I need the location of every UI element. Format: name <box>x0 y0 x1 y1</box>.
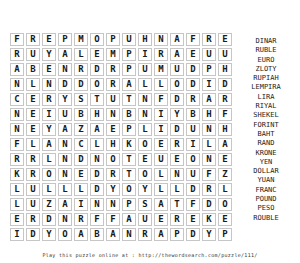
grid-cell[interactable]: R <box>74 63 88 76</box>
grid-cell[interactable]: O <box>218 198 232 211</box>
grid-cell[interactable]: N <box>58 168 72 181</box>
grid-cell[interactable]: H <box>106 138 120 151</box>
grid-cell[interactable]: L <box>154 183 168 196</box>
grid-cell[interactable]: O <box>42 168 56 181</box>
grid-cell[interactable]: A <box>58 198 72 211</box>
grid-cell[interactable]: H <box>202 108 216 121</box>
grid-cell[interactable]: L <box>154 78 168 91</box>
word-list-item: FORINT <box>239 121 293 130</box>
grid-cell[interactable]: R <box>106 78 120 91</box>
grid-cell[interactable]: A <box>106 228 120 241</box>
word-search-page: FREPMOPUHNAFRERUYALEMPIRAEUUABENRDRPUMUD… <box>0 0 300 263</box>
grid-cell[interactable]: O <box>122 183 136 196</box>
grid-cell[interactable]: L <box>138 123 152 136</box>
grid-cell[interactable]: E <box>138 153 152 166</box>
grid-cell[interactable]: Y <box>42 228 56 241</box>
grid-cell[interactable]: N <box>90 153 104 166</box>
grid-cell[interactable]: L <box>202 138 216 151</box>
grid-cell[interactable]: F <box>202 168 216 181</box>
grid-cell[interactable]: T <box>122 93 136 106</box>
grid-cell[interactable]: P <box>122 48 136 61</box>
grid-cell[interactable]: A <box>122 213 136 226</box>
word-list-item: LIRA <box>239 93 293 102</box>
grid-cell[interactable]: F <box>106 213 120 226</box>
grid-cell[interactable]: R <box>138 228 152 241</box>
grid-cell[interactable]: F <box>10 33 24 46</box>
grid-cell[interactable]: T <box>90 93 104 106</box>
grid-cell[interactable]: A <box>10 63 24 76</box>
grid-cell[interactable]: E <box>42 33 56 46</box>
grid-cell[interactable]: E <box>42 63 56 76</box>
grid-cell[interactable]: N <box>42 78 56 91</box>
grid-cell[interactable]: E <box>154 213 168 226</box>
grid-cell[interactable]: O <box>170 78 184 91</box>
grid-cell[interactable]: D <box>58 78 72 91</box>
grid-cell[interactable]: L <box>26 78 40 91</box>
grid-cell[interactable]: O <box>90 78 104 91</box>
grid-cell[interactable]: U <box>26 198 40 211</box>
word-list-item: POUND <box>239 195 293 204</box>
grid-cell[interactable]: A <box>74 228 88 241</box>
word-list-item: BAHT <box>239 130 293 139</box>
grid-cell[interactable]: E <box>186 213 200 226</box>
grid-cell[interactable]: P <box>202 63 216 76</box>
grid-cell[interactable]: R <box>170 213 184 226</box>
grid-cell[interactable]: F <box>154 93 168 106</box>
word-list-item: YUAN <box>239 176 293 185</box>
grid-cell[interactable]: E <box>170 153 184 166</box>
grid-cell[interactable]: I <box>74 198 88 211</box>
grid-cell[interactable]: A <box>170 48 184 61</box>
grid-cell[interactable]: N <box>122 228 136 241</box>
grid-cell[interactable]: K <box>202 213 216 226</box>
grid-cell[interactable]: L <box>42 153 56 166</box>
grid-cell[interactable]: Y <box>42 48 56 61</box>
grid-cell[interactable]: H <box>138 33 152 46</box>
grid-cell[interactable]: R <box>202 183 216 196</box>
grid-cell[interactable]: U <box>26 183 40 196</box>
grid-cell[interactable]: M <box>74 33 88 46</box>
grid-cell[interactable]: C <box>74 138 88 151</box>
grid-cell[interactable]: D <box>170 93 184 106</box>
grid-cell[interactable]: F <box>10 138 24 151</box>
grid-cell[interactable]: R <box>170 138 184 151</box>
word-list-item: DOLLAR <box>239 167 293 176</box>
grid-cell[interactable]: N <box>202 153 216 166</box>
grid-cell[interactable]: N <box>138 108 152 121</box>
grid-cell[interactable]: E <box>26 123 40 136</box>
grid-cell[interactable]: D <box>90 63 104 76</box>
grid-cell[interactable]: N <box>106 198 120 211</box>
grid-cell[interactable]: E <box>218 213 232 226</box>
grid-cell[interactable]: A <box>122 78 136 91</box>
grid-cell[interactable]: O <box>138 138 152 151</box>
grid-cell[interactable]: L <box>170 183 184 196</box>
word-list: DINARRUBLEEUROZLOTYRUPIAHLEMPIRALIRARIYA… <box>239 37 293 223</box>
grid-cell[interactable]: C <box>10 93 24 106</box>
grid-cell[interactable]: A <box>218 138 232 151</box>
grid-cell[interactable]: D <box>74 153 88 166</box>
word-list-item: SHEKEL <box>239 111 293 120</box>
grid-cell[interactable]: Y <box>42 123 56 136</box>
grid-cell[interactable]: B <box>26 63 40 76</box>
grid-cell[interactable]: N <box>138 93 152 106</box>
word-list-item: ROUBLE <box>239 214 293 223</box>
grid-cell[interactable]: F <box>218 108 232 121</box>
grid-cell[interactable]: D <box>42 213 56 226</box>
grid-cell[interactable]: L <box>90 138 104 151</box>
word-list-item: PESO <box>239 204 293 213</box>
grid-cell[interactable]: L <box>10 183 24 196</box>
grid-cell[interactable]: R <box>106 168 120 181</box>
grid-cell[interactable]: D <box>202 198 216 211</box>
footer-caption: Play this puzzle online at : http://thew… <box>0 252 300 258</box>
grid-cell[interactable]: R <box>26 168 40 181</box>
grid-cell[interactable]: H <box>90 108 104 121</box>
grid-cell[interactable]: O <box>58 228 72 241</box>
grid-cell[interactable]: R <box>26 213 40 226</box>
grid-cell[interactable]: A <box>90 123 104 136</box>
grid-cell[interactable]: I <box>42 108 56 121</box>
grid-cell[interactable]: O <box>90 33 104 46</box>
grid-cell[interactable]: B <box>90 228 104 241</box>
grid-cell[interactable]: N <box>10 123 24 136</box>
grid-cell[interactable]: N <box>202 123 216 136</box>
grid-cell[interactable]: A <box>58 48 72 61</box>
grid-cell[interactable]: U <box>170 63 184 76</box>
grid-cell[interactable]: E <box>26 93 40 106</box>
grid-cell[interactable]: N <box>58 153 72 166</box>
grid-cell[interactable]: D <box>90 183 104 196</box>
grid-cell[interactable]: D <box>186 63 200 76</box>
grid-cell[interactable]: B <box>74 108 88 121</box>
word-list-item: EURO <box>239 56 293 65</box>
grid-cell[interactable]: D <box>186 78 200 91</box>
grid-cell[interactable]: R <box>74 213 88 226</box>
grid-cell[interactable]: K <box>122 138 136 151</box>
grid-cell[interactable]: Y <box>138 183 152 196</box>
grid-cell[interactable]: R <box>202 33 216 46</box>
grid-cell[interactable]: D <box>186 183 200 196</box>
grid-cell[interactable]: E <box>154 138 168 151</box>
grid-cell[interactable]: T <box>122 168 136 181</box>
word-list-item: YEN <box>239 158 293 167</box>
grid-cell[interactable]: I <box>138 48 152 61</box>
grid-cell[interactable]: P <box>218 228 232 241</box>
grid-cell[interactable]: L <box>218 183 232 196</box>
grid-cell[interactable]: Y <box>58 93 72 106</box>
grid-cell[interactable]: L <box>74 183 88 196</box>
grid-cell[interactable]: O <box>138 168 152 181</box>
grid-cell[interactable]: P <box>106 33 120 46</box>
grid-cell[interactable]: A <box>42 138 56 151</box>
grid-cell[interactable]: S <box>138 198 152 211</box>
grid-cell[interactable]: U <box>26 48 40 61</box>
grid-cell[interactable]: Z <box>74 123 88 136</box>
grid-cell[interactable]: P <box>122 63 136 76</box>
grid-cell[interactable]: P <box>170 228 184 241</box>
grid-cell[interactable]: E <box>106 123 120 136</box>
grid-cell[interactable]: I <box>186 138 200 151</box>
grid-cell[interactable]: F <box>186 33 200 46</box>
grid-cell[interactable]: N <box>106 108 120 121</box>
grid-cell[interactable]: E <box>10 213 24 226</box>
grid-cell[interactable]: F <box>90 213 104 226</box>
grid-cell[interactable]: L <box>26 138 40 151</box>
grid-cell[interactable]: U <box>58 108 72 121</box>
grid-cell[interactable]: E <box>26 108 40 121</box>
grid-cell[interactable]: L <box>58 183 72 196</box>
grid-cell[interactable]: P <box>122 123 136 136</box>
grid-cell[interactable]: S <box>74 93 88 106</box>
grid-cell[interactable]: N <box>58 213 72 226</box>
grid-cell[interactable]: L <box>74 48 88 61</box>
grid-cell[interactable]: B <box>186 108 200 121</box>
grid-cell[interactable]: I <box>154 123 168 136</box>
grid-cell[interactable]: N <box>154 33 168 46</box>
grid-cell[interactable]: R <box>42 93 56 106</box>
word-list-item: RUPIAH <box>239 74 293 83</box>
grid-cell[interactable]: U <box>106 93 120 106</box>
word-list-item: RIYAL <box>239 102 293 111</box>
word-list-item: DINAR <box>239 37 293 46</box>
grid-cell[interactable]: U <box>138 63 152 76</box>
grid-cell[interactable]: Y <box>170 108 184 121</box>
grid-cell[interactable]: M <box>154 63 168 76</box>
grid-cell[interactable]: Z <box>218 168 232 181</box>
grid-cell[interactable]: O <box>106 153 120 166</box>
word-list-item: LEMPIRA <box>239 83 293 92</box>
grid-cell[interactable]: N <box>58 138 72 151</box>
grid-cell[interactable]: E <box>218 153 232 166</box>
grid-cell[interactable]: U <box>122 33 136 46</box>
grid-cell[interactable]: D <box>74 78 88 91</box>
grid-cell[interactable]: D <box>218 78 232 91</box>
word-list-item: ZLOTY <box>239 65 293 74</box>
grid-cell[interactable]: R <box>10 153 24 166</box>
grid-cell[interactable]: A <box>170 33 184 46</box>
grid-cell[interactable]: R <box>186 93 200 106</box>
grid-cell[interactable]: E <box>218 33 232 46</box>
grid-cell[interactable]: T <box>170 198 184 211</box>
grid-cell[interactable]: Z <box>42 198 56 211</box>
grid-cell[interactable]: U <box>186 168 200 181</box>
grid-cell[interactable]: I <box>154 108 168 121</box>
grid-cell[interactable]: N <box>58 63 72 76</box>
grid-cell[interactable]: R <box>106 63 120 76</box>
grid-cell[interactable]: T <box>122 153 136 166</box>
word-list-item: RAND <box>239 139 293 148</box>
grid-cell[interactable]: A <box>202 93 216 106</box>
grid-cell[interactable]: R <box>10 48 24 61</box>
grid-cell[interactable]: H <box>218 63 232 76</box>
grid-cell[interactable]: Y <box>202 228 216 241</box>
grid-cell[interactable]: Y <box>106 183 120 196</box>
grid-cell[interactable]: U <box>154 153 168 166</box>
grid-cell[interactable]: N <box>170 168 184 181</box>
grid-cell[interactable]: D <box>90 168 104 181</box>
grid-cell[interactable]: N <box>90 198 104 211</box>
grid-cell[interactable]: L <box>42 183 56 196</box>
grid-cell[interactable]: A <box>154 198 168 211</box>
word-search-grid: FREPMOPUHNAFRERUYALEMPIRAEUUABENRDRPUMUD… <box>10 33 232 241</box>
grid-cell[interactable]: E <box>74 168 88 181</box>
word-list-item: KRONE <box>239 149 293 158</box>
grid-cell[interactable]: A <box>58 123 72 136</box>
grid-cell[interactable]: M <box>106 48 120 61</box>
grid-cell[interactable]: L <box>154 168 168 181</box>
grid-cell[interactable]: N <box>10 108 24 121</box>
grid-cell[interactable]: R <box>218 93 232 106</box>
grid-cell[interactable]: P <box>122 198 136 211</box>
grid-cell[interactable]: A <box>154 228 168 241</box>
grid-cell[interactable]: K <box>10 168 24 181</box>
grid-cell[interactable]: P <box>58 33 72 46</box>
grid-cell[interactable]: U <box>218 48 232 61</box>
grid-cell[interactable]: I <box>10 228 24 241</box>
grid-cell[interactable]: L <box>138 78 152 91</box>
grid-cell[interactable]: R <box>26 153 40 166</box>
word-list-item: RUBLE <box>239 46 293 55</box>
grid-cell[interactable]: E <box>186 48 200 61</box>
grid-cell[interactable]: U <box>186 123 200 136</box>
grid-cell[interactable]: H <box>218 123 232 136</box>
grid-cell[interactable]: D <box>170 123 184 136</box>
grid-cell[interactable]: B <box>122 108 136 121</box>
word-list-item: FRANC <box>239 186 293 195</box>
grid-cell[interactable]: D <box>26 228 40 241</box>
grid-cell[interactable]: R <box>154 48 168 61</box>
grid-cell[interactable]: L <box>10 198 24 211</box>
grid-cell[interactable]: I <box>202 78 216 91</box>
grid-cell[interactable]: U <box>202 48 216 61</box>
grid-cell[interactable]: N <box>10 78 24 91</box>
grid-cell[interactable]: O <box>186 153 200 166</box>
grid-cell[interactable]: D <box>186 228 200 241</box>
grid-cell[interactable]: U <box>138 213 152 226</box>
grid-cell[interactable]: F <box>186 198 200 211</box>
grid-cell[interactable]: R <box>26 33 40 46</box>
grid-cell[interactable]: E <box>90 48 104 61</box>
